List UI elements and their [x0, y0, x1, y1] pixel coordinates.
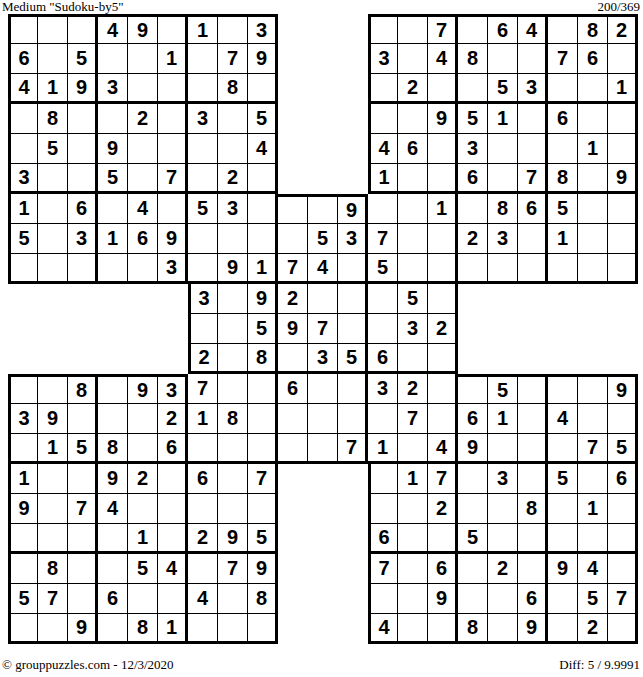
- empty-cell-r15c14[interactable]: [398, 434, 428, 464]
- empty-cell-r8c20[interactable]: [578, 224, 608, 254]
- given-cell-r8c11: 5: [308, 224, 338, 254]
- given-cell-r4c15: 9: [428, 104, 458, 134]
- empty-cell-r6c7[interactable]: [188, 164, 218, 194]
- empty-cell-r20c13[interactable]: [368, 584, 398, 614]
- empty-cell-r10c11[interactable]: [308, 284, 338, 314]
- given-cell-r1c9: 3: [248, 14, 278, 44]
- given-cell-r10c14: 5: [398, 284, 428, 314]
- void-gap: [278, 164, 308, 194]
- empty-cell-r10c13[interactable]: [368, 284, 398, 314]
- given-cell-r15c4: 8: [98, 434, 128, 464]
- empty-cell-r15c1[interactable]: [8, 434, 38, 464]
- empty-cell-r16c6[interactable]: [158, 464, 188, 494]
- empty-cell-r21c7[interactable]: [188, 614, 218, 644]
- given-cell-r5c9: 4: [248, 134, 278, 164]
- empty-cell-r5c21[interactable]: [608, 134, 638, 164]
- void-gap: [68, 284, 98, 314]
- empty-cell-r9c5[interactable]: [128, 254, 158, 284]
- empty-cell-r21c2[interactable]: [38, 614, 68, 644]
- empty-cell-r3c16[interactable]: [458, 74, 488, 104]
- empty-cell-r18c15[interactable]: [428, 524, 458, 554]
- copyright-credit: © grouppuzzles.com - 12/3/2020: [2, 658, 174, 672]
- void-gap: [278, 464, 308, 494]
- given-cell-r9c6: 3: [158, 254, 188, 284]
- empty-cell-r21c8[interactable]: [218, 614, 248, 644]
- empty-cell-r4c3[interactable]: [68, 104, 98, 134]
- empty-cell-r12c14[interactable]: [398, 344, 428, 374]
- given-cell-r8c17: 3: [488, 224, 518, 254]
- empty-cell-r7c20[interactable]: [578, 194, 608, 224]
- empty-cell-r8c18[interactable]: [518, 224, 548, 254]
- empty-cell-r9c2[interactable]: [38, 254, 68, 284]
- empty-cell-r13c4[interactable]: [98, 374, 128, 404]
- void-gap: [308, 14, 338, 44]
- empty-cell-r18c14[interactable]: [398, 524, 428, 554]
- empty-cell-r19c21[interactable]: [608, 554, 638, 584]
- empty-cell-r4c21[interactable]: [608, 104, 638, 134]
- empty-cell-r16c20[interactable]: [578, 464, 608, 494]
- empty-cell-r13c12[interactable]: [338, 374, 368, 404]
- empty-cell-r7c14[interactable]: [398, 194, 428, 224]
- empty-cell-r9c16[interactable]: [458, 254, 488, 284]
- empty-cell-r2c4[interactable]: [98, 44, 128, 74]
- empty-cell-r17c8[interactable]: [218, 494, 248, 524]
- empty-cell-r6c3[interactable]: [68, 164, 98, 194]
- empty-cell-r4c14[interactable]: [398, 104, 428, 134]
- empty-cell-r20c16[interactable]: [458, 584, 488, 614]
- empty-cell-r15c8[interactable]: [218, 434, 248, 464]
- given-cell-r3c4: 3: [98, 74, 128, 104]
- empty-cell-r17c5[interactable]: [128, 494, 158, 524]
- void-gap: [338, 164, 368, 194]
- given-cell-r3c2: 1: [38, 74, 68, 104]
- empty-cell-r5c1[interactable]: [8, 134, 38, 164]
- empty-cell-r14c4[interactable]: [98, 404, 128, 434]
- empty-cell-r6c14[interactable]: [398, 164, 428, 194]
- empty-cell-r4c4[interactable]: [98, 104, 128, 134]
- given-cell-r14c14: 7: [398, 404, 428, 434]
- given-cell-r7c1: 1: [8, 194, 38, 224]
- given-cell-r20c21: 7: [608, 584, 638, 614]
- empty-cell-r19c14[interactable]: [398, 554, 428, 584]
- empty-cell-r17c7[interactable]: [188, 494, 218, 524]
- empty-cell-r5c7[interactable]: [188, 134, 218, 164]
- empty-cell-r14c18[interactable]: [518, 404, 548, 434]
- void-gap: [308, 164, 338, 194]
- empty-cell-r5c18[interactable]: [518, 134, 548, 164]
- given-cell-r21c16: 8: [458, 614, 488, 644]
- empty-cell-r9c19[interactable]: [548, 254, 578, 284]
- empty-cell-r2c18[interactable]: [518, 44, 548, 74]
- empty-cell-r20c6[interactable]: [158, 584, 188, 614]
- empty-cell-r5c17[interactable]: [488, 134, 518, 164]
- empty-cell-r6c9[interactable]: [248, 164, 278, 194]
- given-cell-r9c13: 5: [368, 254, 398, 284]
- empty-cell-r5c6[interactable]: [158, 134, 188, 164]
- empty-cell-r3c9[interactable]: [248, 74, 278, 104]
- puzzle-page: Medium "Sudoku-by5" 200/369 491376482651…: [0, 0, 643, 677]
- empty-cell-r15c10[interactable]: [278, 434, 308, 464]
- empty-cell-r8c15[interactable]: [428, 224, 458, 254]
- void-gap: [278, 494, 308, 524]
- empty-cell-r21c17[interactable]: [488, 614, 518, 644]
- void-gap: [308, 464, 338, 494]
- given-cell-r7c15: 1: [428, 194, 458, 224]
- given-cell-r7c19: 5: [548, 194, 578, 224]
- void-gap: [488, 344, 518, 374]
- given-cell-r7c3: 6: [68, 194, 98, 224]
- empty-cell-r16c18[interactable]: [518, 464, 548, 494]
- given-cell-r2c16: 8: [458, 44, 488, 74]
- empty-cell-r2c17[interactable]: [488, 44, 518, 74]
- empty-cell-r10c15[interactable]: [428, 284, 458, 314]
- given-cell-r1c20: 8: [578, 14, 608, 44]
- empty-cell-r2c2[interactable]: [38, 44, 68, 74]
- given-cell-r15c13: 1: [368, 434, 398, 464]
- empty-cell-r17c13[interactable]: [368, 494, 398, 524]
- empty-cell-r14c12[interactable]: [338, 404, 368, 434]
- empty-cell-r14c20[interactable]: [578, 404, 608, 434]
- empty-cell-r15c19[interactable]: [548, 434, 578, 464]
- empty-cell-r21c15[interactable]: [428, 614, 458, 644]
- void-gap: [548, 284, 578, 314]
- header: Medium "Sudoku-by5" 200/369: [2, 0, 640, 14]
- empty-cell-r19c16[interactable]: [458, 554, 488, 584]
- empty-cell-r18c20[interactable]: [578, 524, 608, 554]
- empty-cell-r3c20[interactable]: [578, 74, 608, 104]
- given-cell-r14c16: 6: [458, 404, 488, 434]
- void-gap: [458, 284, 488, 314]
- empty-cell-r1c3[interactable]: [68, 14, 98, 44]
- empty-cell-r4c13[interactable]: [368, 104, 398, 134]
- empty-cell-r4c20[interactable]: [578, 104, 608, 134]
- empty-cell-r19c7[interactable]: [188, 554, 218, 584]
- empty-cell-r21c21[interactable]: [608, 614, 638, 644]
- empty-cell-r7c10[interactable]: [278, 194, 308, 224]
- empty-cell-r14c5[interactable]: [128, 404, 158, 434]
- given-cell-r6c18: 7: [518, 164, 548, 194]
- given-cell-r3c14: 2: [398, 74, 428, 104]
- empty-cell-r20c14[interactable]: [398, 584, 428, 614]
- empty-cell-r18c3[interactable]: [68, 524, 98, 554]
- given-cell-r1c21: 2: [608, 14, 638, 44]
- empty-cell-r14c13[interactable]: [368, 404, 398, 434]
- empty-cell-r14c9[interactable]: [248, 404, 278, 434]
- void-gap: [518, 284, 548, 314]
- empty-cell-r6c5[interactable]: [128, 164, 158, 194]
- empty-cell-r3c19[interactable]: [548, 74, 578, 104]
- given-cell-r20c2: 7: [38, 584, 68, 614]
- empty-cell-r18c1[interactable]: [8, 524, 38, 554]
- empty-cell-r18c6[interactable]: [158, 524, 188, 554]
- empty-cell-r3c13[interactable]: [368, 74, 398, 104]
- empty-cell-r21c4[interactable]: [98, 614, 128, 644]
- empty-cell-r3c15[interactable]: [428, 74, 458, 104]
- empty-cell-r6c15[interactable]: [428, 164, 458, 194]
- empty-cell-r1c13[interactable]: [368, 14, 398, 44]
- given-cell-r7c17: 8: [488, 194, 518, 224]
- empty-cell-r20c5[interactable]: [128, 584, 158, 614]
- void-gap: [338, 104, 368, 134]
- given-cell-r7c7: 5: [188, 194, 218, 224]
- given-cell-r20c15: 9: [428, 584, 458, 614]
- empty-cell-r16c3[interactable]: [68, 464, 98, 494]
- empty-cell-r8c10[interactable]: [278, 224, 308, 254]
- empty-cell-r13c2[interactable]: [38, 374, 68, 404]
- empty-cell-r9c20[interactable]: [578, 254, 608, 284]
- empty-cell-r17c6[interactable]: [158, 494, 188, 524]
- empty-cell-r5c15[interactable]: [428, 134, 458, 164]
- empty-cell-r5c3[interactable]: [68, 134, 98, 164]
- empty-cell-r6c17[interactable]: [488, 164, 518, 194]
- given-cell-r5c14: 6: [398, 134, 428, 164]
- empty-cell-r2c21[interactable]: [608, 44, 638, 74]
- empty-cell-r21c9[interactable]: [248, 614, 278, 644]
- given-cell-r16c4: 9: [98, 464, 128, 494]
- empty-cell-r18c17[interactable]: [488, 524, 518, 554]
- empty-cell-r7c13[interactable]: [368, 194, 398, 224]
- given-cell-r11c11: 7: [308, 314, 338, 344]
- void-gap: [338, 524, 368, 554]
- given-cell-r20c1: 5: [8, 584, 38, 614]
- given-cell-r16c15: 7: [428, 464, 458, 494]
- empty-cell-r4c6[interactable]: [158, 104, 188, 134]
- empty-cell-r9c7[interactable]: [188, 254, 218, 284]
- empty-cell-r8c21[interactable]: [608, 224, 638, 254]
- empty-cell-r8c14[interactable]: [398, 224, 428, 254]
- empty-cell-r13c16[interactable]: [458, 374, 488, 404]
- empty-cell-r9c3[interactable]: [68, 254, 98, 284]
- given-cell-r17c1: 9: [8, 494, 38, 524]
- empty-cell-r10c12[interactable]: [338, 284, 368, 314]
- empty-cell-r3c6[interactable]: [158, 74, 188, 104]
- empty-cell-r5c19[interactable]: [548, 134, 578, 164]
- empty-cell-r18c2[interactable]: [38, 524, 68, 554]
- empty-cell-r7c2[interactable]: [38, 194, 68, 224]
- void-gap: [578, 344, 608, 374]
- given-cell-r15c16: 9: [458, 434, 488, 464]
- given-cell-r15c6: 6: [158, 434, 188, 464]
- empty-cell-r15c7[interactable]: [188, 434, 218, 464]
- given-cell-r2c20: 6: [578, 44, 608, 74]
- empty-cell-r6c20[interactable]: [578, 164, 608, 194]
- empty-cell-r11c12[interactable]: [338, 314, 368, 344]
- empty-cell-r4c18[interactable]: [518, 104, 548, 134]
- empty-cell-r14c10[interactable]: [278, 404, 308, 434]
- empty-cell-r9c17[interactable]: [488, 254, 518, 284]
- empty-cell-r16c2[interactable]: [38, 464, 68, 494]
- empty-cell-r18c4[interactable]: [98, 524, 128, 554]
- given-cell-r6c21: 9: [608, 164, 638, 194]
- empty-cell-r15c5[interactable]: [128, 434, 158, 464]
- empty-cell-r8c9[interactable]: [248, 224, 278, 254]
- empty-cell-r9c14[interactable]: [398, 254, 428, 284]
- given-cell-r13c10: 6: [278, 374, 308, 404]
- empty-cell-r18c21[interactable]: [608, 524, 638, 554]
- given-cell-r3c8: 8: [218, 74, 248, 104]
- empty-cell-r9c21[interactable]: [608, 254, 638, 284]
- empty-cell-r14c3[interactable]: [68, 404, 98, 434]
- given-cell-r15c3: 5: [68, 434, 98, 464]
- void-gap: [278, 74, 308, 104]
- empty-cell-r13c18[interactable]: [518, 374, 548, 404]
- given-cell-r7c18: 6: [518, 194, 548, 224]
- empty-cell-r11c8[interactable]: [218, 314, 248, 344]
- given-cell-r19c5: 5: [128, 554, 158, 584]
- given-cell-r7c8: 3: [218, 194, 248, 224]
- empty-cell-r17c17[interactable]: [488, 494, 518, 524]
- given-cell-r20c4: 6: [98, 584, 128, 614]
- empty-cell-r8c8[interactable]: [218, 224, 248, 254]
- difficulty-label: Diff: 5 / 9.9991: [559, 658, 640, 672]
- empty-cell-r14c21[interactable]: [608, 404, 638, 434]
- void-gap: [308, 584, 338, 614]
- empty-cell-r9c1[interactable]: [8, 254, 38, 284]
- empty-cell-r13c20[interactable]: [578, 374, 608, 404]
- empty-cell-r7c9[interactable]: [248, 194, 278, 224]
- given-cell-r4c19: 6: [548, 104, 578, 134]
- empty-cell-r21c1[interactable]: [8, 614, 38, 644]
- empty-cell-r14c11[interactable]: [308, 404, 338, 434]
- empty-cell-r19c4[interactable]: [98, 554, 128, 584]
- empty-cell-r18c19[interactable]: [548, 524, 578, 554]
- given-cell-r7c5: 4: [128, 194, 158, 224]
- empty-cell-r15c11[interactable]: [308, 434, 338, 464]
- empty-cell-r17c9[interactable]: [248, 494, 278, 524]
- given-cell-r8c6: 9: [158, 224, 188, 254]
- empty-cell-r14c15[interactable]: [428, 404, 458, 434]
- empty-cell-r12c8[interactable]: [218, 344, 248, 374]
- empty-cell-r17c19[interactable]: [548, 494, 578, 524]
- empty-cell-r20c8[interactable]: [218, 584, 248, 614]
- given-cell-r2c15: 4: [428, 44, 458, 74]
- empty-cell-r1c14[interactable]: [398, 14, 428, 44]
- void-gap: [338, 44, 368, 74]
- given-cell-r19c2: 8: [38, 554, 68, 584]
- void-gap: [548, 344, 578, 374]
- given-cell-r16c7: 6: [188, 464, 218, 494]
- empty-cell-r3c5[interactable]: [128, 74, 158, 104]
- given-cell-r19c15: 6: [428, 554, 458, 584]
- given-cell-r11c9: 5: [248, 314, 278, 344]
- given-cell-r9c10: 7: [278, 254, 308, 284]
- empty-cell-r11c7[interactable]: [188, 314, 218, 344]
- given-cell-r13c7: 7: [188, 374, 218, 404]
- given-cell-r15c20: 7: [578, 434, 608, 464]
- void-gap: [278, 614, 308, 644]
- empty-cell-r19c18[interactable]: [518, 554, 548, 584]
- given-cell-r14c8: 8: [218, 404, 248, 434]
- given-cell-r2c9: 9: [248, 44, 278, 74]
- empty-cell-r20c19[interactable]: [548, 584, 578, 614]
- void-gap: [488, 284, 518, 314]
- empty-cell-r7c16[interactable]: [458, 194, 488, 224]
- void-gap: [38, 284, 68, 314]
- empty-cell-r9c4[interactable]: [98, 254, 128, 284]
- empty-cell-r13c8[interactable]: [218, 374, 248, 404]
- empty-cell-r2c7[interactable]: [188, 44, 218, 74]
- empty-cell-r16c13[interactable]: [368, 464, 398, 494]
- given-cell-r6c4: 5: [98, 164, 128, 194]
- empty-cell-r9c15[interactable]: [428, 254, 458, 284]
- empty-cell-r8c7[interactable]: [188, 224, 218, 254]
- empty-cell-r13c15[interactable]: [428, 374, 458, 404]
- empty-cell-r15c18[interactable]: [518, 434, 548, 464]
- empty-cell-r12c10[interactable]: [278, 344, 308, 374]
- given-cell-r14c2: 9: [38, 404, 68, 434]
- given-cell-r21c18: 9: [518, 614, 548, 644]
- given-cell-r16c9: 7: [248, 464, 278, 494]
- empty-cell-r21c19[interactable]: [548, 614, 578, 644]
- empty-cell-r3c7[interactable]: [188, 74, 218, 104]
- empty-cell-r13c19[interactable]: [548, 374, 578, 404]
- empty-cell-r1c8[interactable]: [218, 14, 248, 44]
- empty-cell-r1c2[interactable]: [38, 14, 68, 44]
- empty-cell-r11c13[interactable]: [368, 314, 398, 344]
- empty-cell-r7c6[interactable]: [158, 194, 188, 224]
- given-cell-r1c15: 7: [428, 14, 458, 44]
- given-cell-r20c9: 8: [248, 584, 278, 614]
- void-gap: [338, 464, 368, 494]
- given-cell-r18c7: 2: [188, 524, 218, 554]
- empty-cell-r5c5[interactable]: [128, 134, 158, 164]
- empty-cell-r17c16[interactable]: [458, 494, 488, 524]
- empty-cell-r13c1[interactable]: [8, 374, 38, 404]
- empty-cell-r8c2[interactable]: [38, 224, 68, 254]
- given-cell-r4c9: 5: [248, 104, 278, 134]
- empty-cell-r17c14[interactable]: [398, 494, 428, 524]
- empty-cell-r13c11[interactable]: [308, 374, 338, 404]
- empty-cell-r4c1[interactable]: [8, 104, 38, 134]
- empty-cell-r15c17[interactable]: [488, 434, 518, 464]
- empty-cell-r6c2[interactable]: [38, 164, 68, 194]
- empty-cell-r1c6[interactable]: [158, 14, 188, 44]
- given-cell-r4c2: 8: [38, 104, 68, 134]
- empty-cell-r7c21[interactable]: [608, 194, 638, 224]
- empty-cell-r20c17[interactable]: [488, 584, 518, 614]
- empty-cell-r9c12[interactable]: [338, 254, 368, 284]
- empty-cell-r7c4[interactable]: [98, 194, 128, 224]
- empty-cell-r5c8[interactable]: [218, 134, 248, 164]
- given-cell-r15c21: 5: [608, 434, 638, 464]
- empty-cell-r19c1[interactable]: [8, 554, 38, 584]
- empty-cell-r13c9[interactable]: [248, 374, 278, 404]
- empty-cell-r10c8[interactable]: [218, 284, 248, 314]
- empty-cell-r16c16[interactable]: [458, 464, 488, 494]
- empty-cell-r18c18[interactable]: [518, 524, 548, 554]
- empty-cell-r1c1[interactable]: [8, 14, 38, 44]
- empty-cell-r1c16[interactable]: [458, 14, 488, 44]
- empty-cell-r2c14[interactable]: [398, 44, 428, 74]
- empty-cell-r15c9[interactable]: [248, 434, 278, 464]
- empty-cell-r17c21[interactable]: [608, 494, 638, 524]
- given-cell-r20c7: 4: [188, 584, 218, 614]
- empty-cell-r16c8[interactable]: [218, 464, 248, 494]
- empty-cell-r9c18[interactable]: [518, 254, 548, 284]
- empty-cell-r20c3[interactable]: [68, 584, 98, 614]
- empty-cell-r19c3[interactable]: [68, 554, 98, 584]
- empty-cell-r21c14[interactable]: [398, 614, 428, 644]
- empty-cell-r12c15[interactable]: [428, 344, 458, 374]
- empty-cell-r7c11[interactable]: [308, 194, 338, 224]
- empty-cell-r2c5[interactable]: [128, 44, 158, 74]
- given-cell-r6c16: 6: [458, 164, 488, 194]
- empty-cell-r1c19[interactable]: [548, 14, 578, 44]
- empty-cell-r17c2[interactable]: [38, 494, 68, 524]
- void-gap: [308, 104, 338, 134]
- void-gap: [458, 344, 488, 374]
- empty-cell-r4c8[interactable]: [218, 104, 248, 134]
